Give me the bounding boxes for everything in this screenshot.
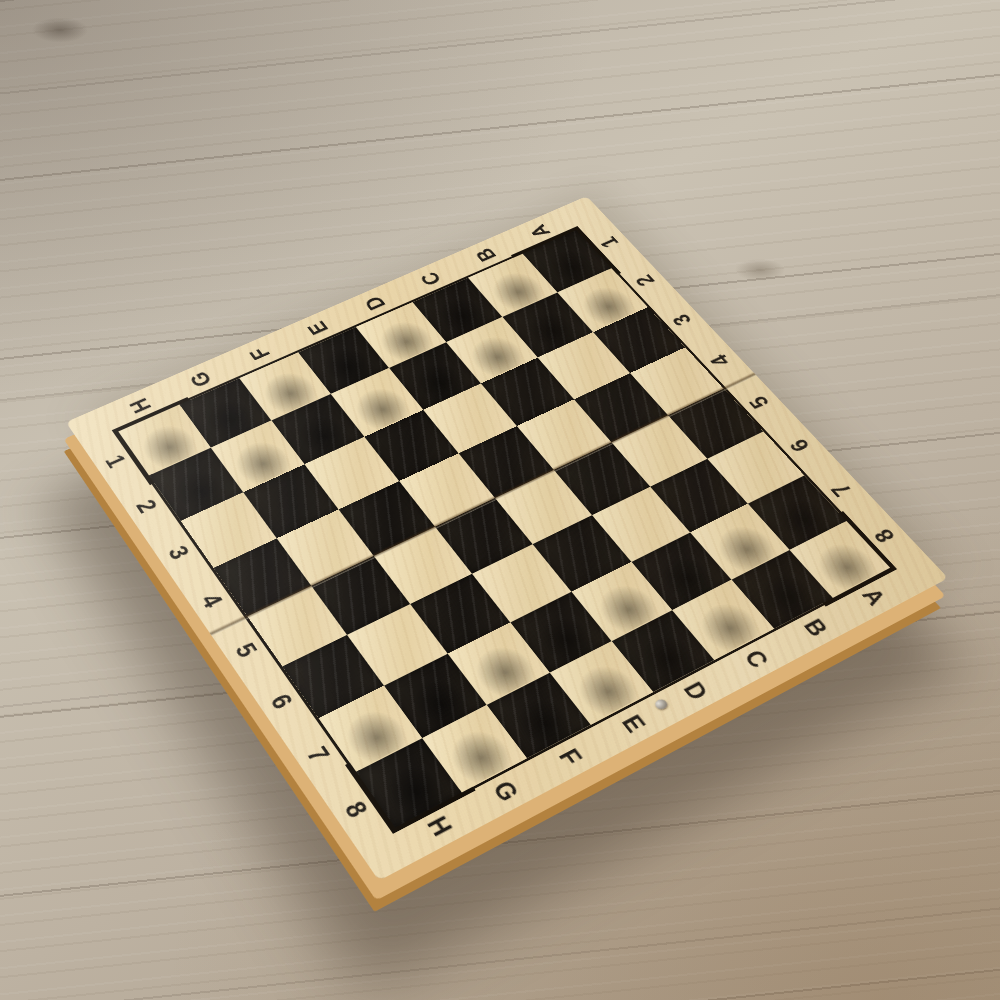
square-h8[interactable]: ♜: [356, 738, 461, 827]
screenshot-viewport: Folding wooden chess board with black an…: [0, 0, 1000, 1000]
chess-board: HGFEDCBA HGFEDCBA 12345678 12345678 ♜♞♝♚…: [66, 196, 948, 881]
board-grid: ♜♞♝♚♛♝♞♜♟♟♟♟♟♟♟♟♟♟♟♟♟♟♟♟♜♞♝♛♚♝♞♜: [118, 230, 890, 827]
table-background: HGFEDCBA HGFEDCBA 12345678 12345678 ♜♞♝♚…: [0, 0, 1000, 1000]
black-pawn-h2[interactable]: ♟: [157, 404, 237, 494]
white-rook-h8[interactable]: ♜: [337, 630, 483, 793]
hinge-screw-icon: [653, 698, 669, 711]
